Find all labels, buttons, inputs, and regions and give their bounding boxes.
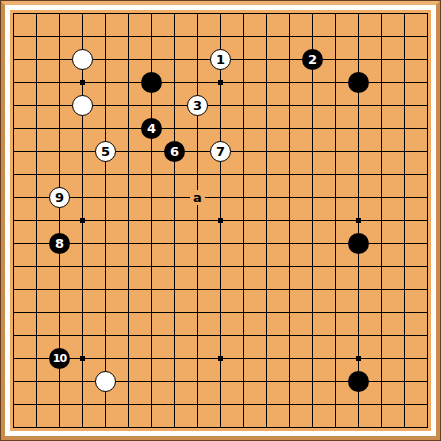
grid-line-vertical xyxy=(335,13,336,428)
move-number: 2 xyxy=(308,53,317,66)
star-point xyxy=(356,218,361,223)
stone-black xyxy=(348,371,369,392)
star-point xyxy=(218,356,223,361)
stone-white-1: 1 xyxy=(210,49,231,70)
stone-black xyxy=(348,72,369,93)
point-label-a: a xyxy=(190,190,205,205)
stone-white-7: 7 xyxy=(210,141,231,162)
stone-white xyxy=(72,95,93,116)
move-number: 10 xyxy=(53,353,66,364)
stone-black xyxy=(141,72,162,93)
star-point xyxy=(218,218,223,223)
stone-black-8: 8 xyxy=(49,233,70,254)
stone-black-6: 6 xyxy=(164,141,185,162)
move-number: 7 xyxy=(216,145,225,158)
grid-line-horizontal xyxy=(13,404,428,405)
move-number: 3 xyxy=(193,99,202,112)
move-number: 8 xyxy=(55,237,64,250)
move-number: 9 xyxy=(55,191,64,204)
stone-black xyxy=(348,233,369,254)
move-number: 1 xyxy=(216,53,225,66)
star-point xyxy=(80,356,85,361)
stone-black-2: 2 xyxy=(302,49,323,70)
grid-line-vertical xyxy=(312,13,313,428)
go-board-diagram: 12345678910a xyxy=(0,0,441,441)
stone-white-5: 5 xyxy=(95,141,116,162)
grid-line-vertical xyxy=(289,13,290,428)
stone-white-3: 3 xyxy=(187,95,208,116)
grid-line-horizontal xyxy=(13,335,428,336)
stone-black-4: 4 xyxy=(141,118,162,139)
stone-white xyxy=(95,371,116,392)
grid-line-vertical xyxy=(427,13,428,428)
grid-line-horizontal xyxy=(13,266,428,267)
grid-line-vertical xyxy=(404,13,405,428)
grid-line-horizontal xyxy=(13,312,428,313)
stone-black-10: 10 xyxy=(49,348,70,369)
move-number: 4 xyxy=(147,122,156,135)
stone-white-9: 9 xyxy=(49,187,70,208)
star-point xyxy=(80,80,85,85)
stone-white xyxy=(72,49,93,70)
star-point xyxy=(356,356,361,361)
star-point xyxy=(218,80,223,85)
grid-line-vertical xyxy=(381,13,382,428)
move-number: 6 xyxy=(170,145,179,158)
grid-line-horizontal xyxy=(13,289,428,290)
grid-line-vertical xyxy=(266,13,267,428)
star-point xyxy=(80,218,85,223)
grid-line-horizontal xyxy=(13,427,428,428)
move-number: 5 xyxy=(101,145,110,158)
grid-line-vertical xyxy=(243,13,244,428)
